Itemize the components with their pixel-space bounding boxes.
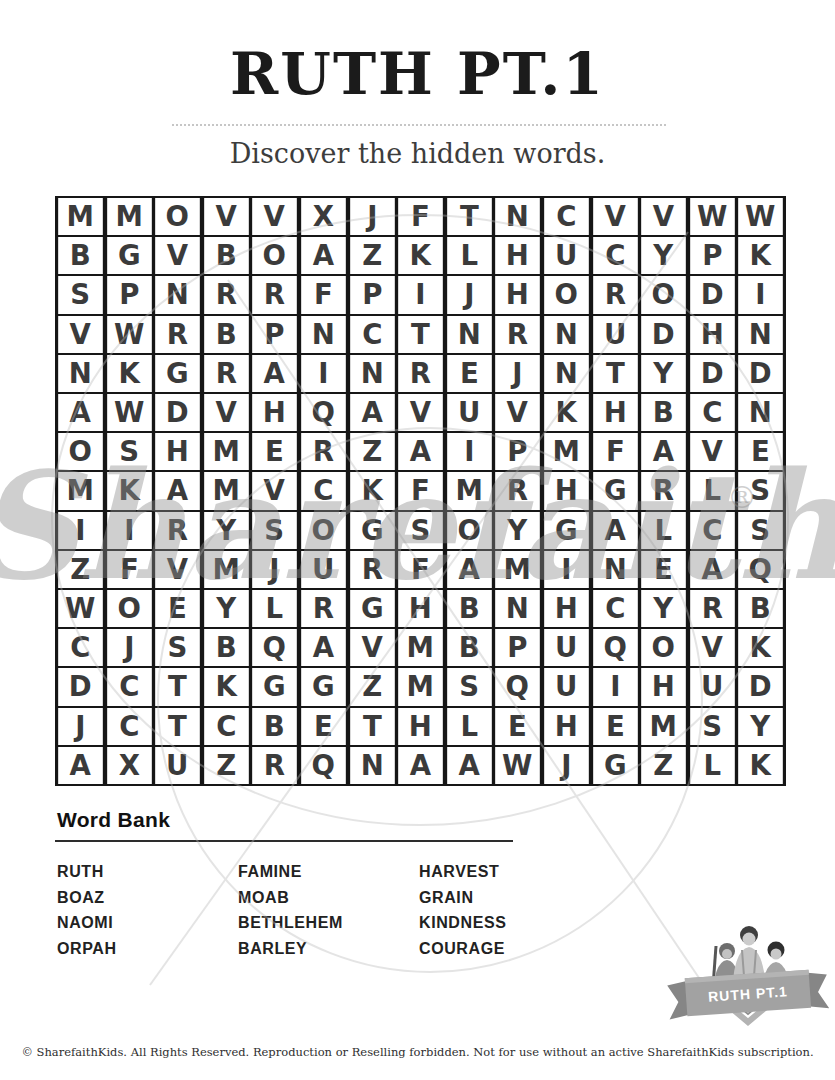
grid-cell-r6c8[interactable]: V: [398, 394, 442, 431]
grid-cell-r7c6[interactable]: R: [301, 433, 345, 470]
grid-cell-r14c6[interactable]: E: [301, 708, 345, 745]
grid-cell-r11c4[interactable]: Y: [204, 590, 248, 627]
grid-cell-r4c6[interactable]: N: [301, 316, 345, 353]
grid-cell-r2c12[interactable]: C: [593, 237, 637, 274]
word-bank-word-barley: BARLEY: [238, 936, 419, 962]
grid-cell-r5c13[interactable]: Y: [641, 355, 685, 392]
grid-cell-r2c7[interactable]: Z: [350, 237, 394, 274]
grid-cell-r6c1[interactable]: A: [58, 394, 102, 431]
grid-cell-r2c10[interactable]: H: [496, 237, 540, 274]
grid-cell-r7c14[interactable]: V: [690, 433, 734, 470]
grid-cell-r15c5[interactable]: R: [253, 747, 297, 784]
grid-cell-r13c5[interactable]: G: [253, 668, 297, 705]
grid-cell-r15c2[interactable]: X: [107, 747, 151, 784]
page-title: RUTH PT.1: [0, 40, 835, 108]
grid-cell-r2c14[interactable]: P: [690, 237, 734, 274]
grid-cell-r11c6[interactable]: R: [301, 590, 345, 627]
grid-cell-r1c1[interactable]: M: [58, 198, 102, 235]
grid-cell-r11c12[interactable]: C: [593, 590, 637, 627]
word-bank-word-moab: MOAB: [238, 885, 419, 911]
grid-cell-r9c11[interactable]: G: [544, 512, 588, 549]
grid-cell-r14c9[interactable]: L: [447, 708, 491, 745]
grid-cell-r11c2[interactable]: O: [107, 590, 151, 627]
grid-cell-r6c4[interactable]: V: [204, 394, 248, 431]
grid-cell-r6c6[interactable]: Q: [301, 394, 345, 431]
grid-cell-r1c9[interactable]: T: [447, 198, 491, 235]
grid-cell-r15c8[interactable]: A: [398, 747, 442, 784]
word-bank-word-harvest: HARVEST: [419, 859, 506, 885]
grid-cell-r13c2[interactable]: C: [107, 668, 151, 705]
grid-cell-r12c5[interactable]: Q: [253, 629, 297, 666]
grid-cell-r9c2[interactable]: I: [107, 512, 151, 549]
grid-cell-r2c8[interactable]: K: [398, 237, 442, 274]
grid-cell-r5c4[interactable]: R: [204, 355, 248, 392]
grid-cell-r7c3[interactable]: H: [155, 433, 199, 470]
grid-cell-r13c13[interactable]: H: [641, 668, 685, 705]
dotted-divider: [172, 124, 666, 126]
grid-cell-r10c13[interactable]: E: [641, 551, 685, 588]
grid-cell-r6c3[interactable]: D: [155, 394, 199, 431]
grid-cell-r8c15[interactable]: S: [739, 472, 783, 509]
grid-cell-r3c15[interactable]: I: [739, 276, 783, 313]
grid-cell-r4c2[interactable]: W: [107, 316, 151, 353]
grid-cell-r5c6[interactable]: I: [301, 355, 345, 392]
grid-cell-r13c9[interactable]: S: [447, 668, 491, 705]
grid-cell-r13c1[interactable]: D: [58, 668, 102, 705]
grid-cell-r1c7[interactable]: J: [350, 198, 394, 235]
grid-cell-r11c9[interactable]: B: [447, 590, 491, 627]
grid-cell-r10c12[interactable]: N: [593, 551, 637, 588]
grid-cell-r12c11[interactable]: U: [544, 629, 588, 666]
grid-cell-r10c10[interactable]: M: [496, 551, 540, 588]
grid-cell-r8c14[interactable]: L: [690, 472, 734, 509]
grid-cell-r15c11[interactable]: J: [544, 747, 588, 784]
grid-cell-r10c1[interactable]: Z: [58, 551, 102, 588]
grid-cell-r3c5[interactable]: R: [253, 276, 297, 313]
grid-cell-r3c8[interactable]: I: [398, 276, 442, 313]
word-bank-word-kindness: KINDNESS: [419, 910, 506, 936]
grid-cell-r7c4[interactable]: M: [204, 433, 248, 470]
grid-cell-r10c3[interactable]: V: [155, 551, 199, 588]
grid-cell-r11c5[interactable]: L: [253, 590, 297, 627]
grid-cell-r11c11[interactable]: H: [544, 590, 588, 627]
grid-cell-r8c6[interactable]: C: [301, 472, 345, 509]
grid-cell-r10c11[interactable]: I: [544, 551, 588, 588]
grid-cell-r13c4[interactable]: K: [204, 668, 248, 705]
word-bank-word-famine: FAMINE: [238, 859, 419, 885]
grid-cell-r15c15[interactable]: K: [739, 747, 783, 784]
grid-cell-r1c2[interactable]: M: [107, 198, 151, 235]
grid-cell-r12c14[interactable]: V: [690, 629, 734, 666]
grid-cell-r13c8[interactable]: M: [398, 668, 442, 705]
grid-cell-r5c3[interactable]: G: [155, 355, 199, 392]
grid-cell-r5c9[interactable]: E: [447, 355, 491, 392]
grid-cell-r3c6[interactable]: F: [301, 276, 345, 313]
grid-cell-r13c7[interactable]: Z: [350, 668, 394, 705]
grid-cell-r1c11[interactable]: C: [544, 198, 588, 235]
grid-cell-r13c14[interactable]: U: [690, 668, 734, 705]
grid-cell-r2c4[interactable]: B: [204, 237, 248, 274]
grid-cell-r14c8[interactable]: H: [398, 708, 442, 745]
grid-cell-r5c15[interactable]: D: [739, 355, 783, 392]
grid-cell-r12c13[interactable]: O: [641, 629, 685, 666]
word-bank-columns: RUTHBOAZNAOMIORPAHFAMINEMOABBETHLEHEMBAR…: [57, 859, 617, 961]
grid-cell-r3c14[interactable]: D: [690, 276, 734, 313]
grid-cell-r9c8[interactable]: S: [398, 512, 442, 549]
grid-cell-r11c15[interactable]: B: [739, 590, 783, 627]
grid-cell-r8c10[interactable]: R: [496, 472, 540, 509]
grid-cell-r14c3[interactable]: T: [155, 708, 199, 745]
word-bank-word-grain: GRAIN: [419, 885, 506, 911]
grid-cell-r7c13[interactable]: A: [641, 433, 685, 470]
grid-cell-r10c2[interactable]: F: [107, 551, 151, 588]
grid-cell-r11c14[interactable]: R: [690, 590, 734, 627]
grid-cell-r8c9[interactable]: M: [447, 472, 491, 509]
grid-cell-r12c3[interactable]: S: [155, 629, 199, 666]
grid-cell-r13c6[interactable]: G: [301, 668, 345, 705]
grid-cell-r14c12[interactable]: E: [593, 708, 637, 745]
grid-cell-r9c10[interactable]: Y: [496, 512, 540, 549]
grid-cell-r14c4[interactable]: C: [204, 708, 248, 745]
word-bank-word-courage: COURAGE: [419, 936, 506, 962]
grid-cell-r8c5[interactable]: V: [253, 472, 297, 509]
grid-cell-r8c4[interactable]: M: [204, 472, 248, 509]
grid-cell-r9c1[interactable]: I: [58, 512, 102, 549]
grid-cell-r1c3[interactable]: O: [155, 198, 199, 235]
grid-cell-r6c13[interactable]: B: [641, 394, 685, 431]
grid-cell-r11c13[interactable]: Y: [641, 590, 685, 627]
grid-cell-r4c1[interactable]: V: [58, 316, 102, 353]
grid-cell-r1c6[interactable]: X: [301, 198, 345, 235]
grid-cell-r8c8[interactable]: F: [398, 472, 442, 509]
grid-cell-r5c5[interactable]: A: [253, 355, 297, 392]
grid-cell-r14c13[interactable]: M: [641, 708, 685, 745]
grid-cell-r7c2[interactable]: S: [107, 433, 151, 470]
grid-cell-r9c9[interactable]: O: [447, 512, 491, 549]
grid-cell-r8c13[interactable]: R: [641, 472, 685, 509]
grid-cell-r6c2[interactable]: W: [107, 394, 151, 431]
grid-cell-r1c13[interactable]: V: [641, 198, 685, 235]
grid-cell-r3c1[interactable]: S: [58, 276, 102, 313]
grid-cell-r12c6[interactable]: A: [301, 629, 345, 666]
grid-cell-r5c12[interactable]: T: [593, 355, 637, 392]
grid-cell-r8c1[interactable]: M: [58, 472, 102, 509]
grid-cell-r1c4[interactable]: V: [204, 198, 248, 235]
grid-cell-r15c3[interactable]: U: [155, 747, 199, 784]
grid-cell-r7c7[interactable]: Z: [350, 433, 394, 470]
grid-cell-r5c1[interactable]: N: [58, 355, 102, 392]
grid-cell-r6c12[interactable]: H: [593, 394, 637, 431]
grid-cell-r2c15[interactable]: K: [739, 237, 783, 274]
grid-cell-r11c3[interactable]: E: [155, 590, 199, 627]
word-search-grid: MMOVVXJFTNCVVWWBGVBOAZKLHUCYPKSPNRRFPIJH…: [55, 196, 786, 786]
grid-cell-r14c2[interactable]: C: [107, 708, 151, 745]
grid-cell-r9c13[interactable]: L: [641, 512, 685, 549]
grid-cell-r2c13[interactable]: Y: [641, 237, 685, 274]
grid-cell-r6c11[interactable]: K: [544, 394, 588, 431]
grid-cell-r9c5[interactable]: S: [253, 512, 297, 549]
grid-cell-r3c9[interactable]: J: [447, 276, 491, 313]
grid-cell-r15c10[interactable]: W: [496, 747, 540, 784]
grid-cell-r7c12[interactable]: F: [593, 433, 637, 470]
grid-cell-r4c11[interactable]: N: [544, 316, 588, 353]
grid-cell-r4c13[interactable]: D: [641, 316, 685, 353]
word-bank-column: FAMINEMOABBETHLEHEMBARLEY: [238, 859, 419, 961]
grid-cell-r10c5[interactable]: J: [253, 551, 297, 588]
word-bank-divider: [55, 840, 513, 842]
grid-cell-r7c11[interactable]: M: [544, 433, 588, 470]
grid-cell-r1c14[interactable]: W: [690, 198, 734, 235]
word-bank-column: HARVESTGRAINKINDNESSCOURAGE: [419, 859, 506, 961]
grid-cell-r1c10[interactable]: N: [496, 198, 540, 235]
grid-cell-r2c1[interactable]: B: [58, 237, 102, 274]
grid-cell-r15c13[interactable]: Z: [641, 747, 685, 784]
grid-cell-r3c2[interactable]: P: [107, 276, 151, 313]
grid-cell-r10c4[interactable]: M: [204, 551, 248, 588]
grid-cell-r10c9[interactable]: A: [447, 551, 491, 588]
grid-cell-r4c10[interactable]: R: [496, 316, 540, 353]
grid-cell-r5c10[interactable]: J: [496, 355, 540, 392]
grid-cell-r7c1[interactable]: O: [58, 433, 102, 470]
grid-cell-r15c12[interactable]: G: [593, 747, 637, 784]
grid-cell-r3c4[interactable]: R: [204, 276, 248, 313]
grid-cell-r4c7[interactable]: C: [350, 316, 394, 353]
word-bank-word-ruth: RUTH: [57, 859, 238, 885]
grid-cell-r5c2[interactable]: K: [107, 355, 151, 392]
grid-cell-r6c15[interactable]: N: [739, 394, 783, 431]
grid-cell-r10c14[interactable]: A: [690, 551, 734, 588]
grid-cell-r4c8[interactable]: T: [398, 316, 442, 353]
grid-cell-r5c11[interactable]: N: [544, 355, 588, 392]
word-bank-word-boaz: BOAZ: [57, 885, 238, 911]
grid-cell-r7c8[interactable]: A: [398, 433, 442, 470]
grid-cell-r13c10[interactable]: Q: [496, 668, 540, 705]
grid-cell-r9c12[interactable]: A: [593, 512, 637, 549]
grid-cell-r3c7[interactable]: P: [350, 276, 394, 313]
grid-cell-r13c12[interactable]: I: [593, 668, 637, 705]
grid-cell-r2c11[interactable]: U: [544, 237, 588, 274]
grid-cell-r2c3[interactable]: V: [155, 237, 199, 274]
grid-cell-r15c14[interactable]: L: [690, 747, 734, 784]
grid-cell-r10c8[interactable]: F: [398, 551, 442, 588]
grid-cell-r12c1[interactable]: C: [58, 629, 102, 666]
grid-cell-r6c7[interactable]: A: [350, 394, 394, 431]
grid-cell-r13c3[interactable]: T: [155, 668, 199, 705]
grid-cell-r12c10[interactable]: P: [496, 629, 540, 666]
grid-cell-r4c9[interactable]: N: [447, 316, 491, 353]
grid-cell-r2c5[interactable]: O: [253, 237, 297, 274]
instructions-text: Discover the hidden words.: [0, 138, 835, 169]
grid-cell-r2c9[interactable]: L: [447, 237, 491, 274]
word-bank-word-naomi: NAOMI: [57, 910, 238, 936]
grid-cell-r9c3[interactable]: R: [155, 512, 199, 549]
grid-cell-r12c4[interactable]: B: [204, 629, 248, 666]
grid-cell-r2c2[interactable]: G: [107, 237, 151, 274]
grid-cell-r15c6[interactable]: Q: [301, 747, 345, 784]
grid-cell-r3c13[interactable]: O: [641, 276, 685, 313]
grid-cell-r7c9[interactable]: I: [447, 433, 491, 470]
grid-cell-r11c1[interactable]: W: [58, 590, 102, 627]
word-bank-column: RUTHBOAZNAOMIORPAH: [57, 859, 238, 961]
word-bank-heading: Word Bank: [57, 808, 170, 832]
grid-cell-r12c8[interactable]: M: [398, 629, 442, 666]
grid-cell-r14c15[interactable]: Y: [739, 708, 783, 745]
grid-cell-r9c15[interactable]: S: [739, 512, 783, 549]
grid-cell-r4c14[interactable]: H: [690, 316, 734, 353]
grid-cell-r12c2[interactable]: J: [107, 629, 151, 666]
ribbon-banner: RUTH PT.1: [667, 968, 829, 1019]
grid-cell-r7c5[interactable]: E: [253, 433, 297, 470]
copyright-text: © SharefaithKids. All Rights Reserved. R…: [0, 1045, 835, 1059]
grid-cell-r12c7[interactable]: V: [350, 629, 394, 666]
grid-cell-r7c15[interactable]: E: [739, 433, 783, 470]
grid-cell-r14c11[interactable]: H: [544, 708, 588, 745]
grid-cell-r9c7[interactable]: G: [350, 512, 394, 549]
grid-cell-r11c8[interactable]: H: [398, 590, 442, 627]
grid-cell-r1c5[interactable]: V: [253, 198, 297, 235]
grid-cell-r14c7[interactable]: T: [350, 708, 394, 745]
word-bank-word-bethlehem: BETHLEHEM: [238, 910, 419, 936]
grid-cell-r6c14[interactable]: C: [690, 394, 734, 431]
grid-cell-r2c6[interactable]: A: [301, 237, 345, 274]
grid-cell-r10c7[interactable]: R: [350, 551, 394, 588]
grid-cell-r15c1[interactable]: A: [58, 747, 102, 784]
grid-cell-r4c12[interactable]: U: [593, 316, 637, 353]
grid-cell-r7c10[interactable]: P: [496, 433, 540, 470]
grid-cell-r8c12[interactable]: G: [593, 472, 637, 509]
grid-cell-r6c9[interactable]: U: [447, 394, 491, 431]
grid-cell-r3c12[interactable]: R: [593, 276, 637, 313]
grid-cell-r3c11[interactable]: O: [544, 276, 588, 313]
grid-cell-r1c8[interactable]: F: [398, 198, 442, 235]
grid-cell-r14c10[interactable]: E: [496, 708, 540, 745]
grid-cell-r3c10[interactable]: H: [496, 276, 540, 313]
grid-cell-r11c7[interactable]: G: [350, 590, 394, 627]
ruth-badge: RUTH PT.1: [664, 918, 832, 1040]
grid-cell-r10c15[interactable]: Q: [739, 551, 783, 588]
grid-cell-r9c14[interactable]: C: [690, 512, 734, 549]
grid-cell-r15c7[interactable]: N: [350, 747, 394, 784]
grid-cell-r13c11[interactable]: U: [544, 668, 588, 705]
grid-cell-r12c12[interactable]: Q: [593, 629, 637, 666]
grid-cell-r3c3[interactable]: N: [155, 276, 199, 313]
grid-cell-r5c7[interactable]: N: [350, 355, 394, 392]
grid-cell-r8c11[interactable]: H: [544, 472, 588, 509]
grid-cell-r4c3[interactable]: R: [155, 316, 199, 353]
grid-cell-r6c10[interactable]: V: [496, 394, 540, 431]
grid-cell-r8c2[interactable]: K: [107, 472, 151, 509]
grid-cell-r14c1[interactable]: J: [58, 708, 102, 745]
grid-cell-r5c8[interactable]: R: [398, 355, 442, 392]
word-bank-word-orpah: ORPAH: [57, 936, 238, 962]
grid-cell-r8c7[interactable]: K: [350, 472, 394, 509]
grid-cell-r1c12[interactable]: V: [593, 198, 637, 235]
grid-cell-r10c6[interactable]: U: [301, 551, 345, 588]
grid-cell-r4c4[interactable]: B: [204, 316, 248, 353]
grid-cell-r11c10[interactable]: N: [496, 590, 540, 627]
grid-cell-r12c9[interactable]: B: [447, 629, 491, 666]
grid-cell-r4c15[interactable]: N: [739, 316, 783, 353]
grid-cell-r4c5[interactable]: P: [253, 316, 297, 353]
grid-cell-r12c15[interactable]: K: [739, 629, 783, 666]
grid-cell-r15c4[interactable]: Z: [204, 747, 248, 784]
grid-cell-r14c5[interactable]: B: [253, 708, 297, 745]
grid-cell-r9c6[interactable]: O: [301, 512, 345, 549]
grid-cell-r14c14[interactable]: S: [690, 708, 734, 745]
grid-cell-r1c15[interactable]: W: [739, 198, 783, 235]
grid-cell-r9c4[interactable]: Y: [204, 512, 248, 549]
grid-cell-r6c5[interactable]: H: [253, 394, 297, 431]
grid-cell-r15c9[interactable]: A: [447, 747, 491, 784]
grid-cell-r13c15[interactable]: D: [739, 668, 783, 705]
grid-cell-r5c14[interactable]: D: [690, 355, 734, 392]
grid-cell-r8c3[interactable]: A: [155, 472, 199, 509]
